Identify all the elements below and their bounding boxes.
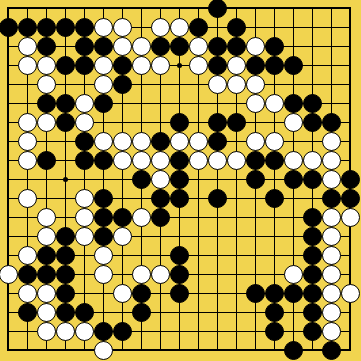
black-stone [37, 18, 56, 37]
black-stone [303, 170, 322, 189]
intersection [151, 246, 170, 265]
intersection [284, 151, 303, 170]
white-stone [322, 246, 341, 265]
black-stone [208, 37, 227, 56]
intersection [151, 37, 170, 56]
white-stone [322, 322, 341, 341]
intersection [227, 265, 246, 284]
white-stone [0, 265, 18, 284]
intersection [303, 265, 322, 284]
intersection [75, 303, 94, 322]
intersection [322, 113, 341, 132]
intersection [170, 56, 189, 75]
intersection [265, 56, 284, 75]
intersection [341, 151, 360, 170]
intersection [170, 227, 189, 246]
intersection [189, 246, 208, 265]
intersection [18, 113, 37, 132]
intersection [151, 208, 170, 227]
intersection [75, 341, 94, 360]
intersection [94, 265, 113, 284]
intersection [341, 170, 360, 189]
intersection [265, 170, 284, 189]
black-stone [56, 227, 75, 246]
intersection [208, 303, 227, 322]
black-stone [113, 208, 132, 227]
intersection [113, 56, 132, 75]
white-stone [94, 75, 113, 94]
intersection [208, 113, 227, 132]
intersection [189, 322, 208, 341]
intersection [94, 94, 113, 113]
intersection [151, 56, 170, 75]
intersection [322, 132, 341, 151]
intersection [113, 246, 132, 265]
black-stone [151, 189, 170, 208]
intersection [132, 284, 151, 303]
intersection [113, 227, 132, 246]
intersection [284, 208, 303, 227]
black-stone [75, 303, 94, 322]
intersection [56, 227, 75, 246]
intersection [151, 227, 170, 246]
white-stone [246, 94, 265, 113]
intersection [132, 113, 151, 132]
intersection [341, 56, 360, 75]
intersection [246, 208, 265, 227]
intersection [303, 0, 322, 18]
black-stone [94, 227, 113, 246]
intersection [94, 113, 113, 132]
intersection [18, 170, 37, 189]
black-stone [265, 189, 284, 208]
black-stone [322, 341, 341, 360]
white-stone [151, 18, 170, 37]
white-stone [75, 94, 94, 113]
intersection [170, 113, 189, 132]
intersection [189, 151, 208, 170]
white-stone [37, 227, 56, 246]
white-stone [132, 151, 151, 170]
intersection [94, 18, 113, 37]
intersection [113, 94, 132, 113]
black-stone [37, 265, 56, 284]
white-stone [151, 151, 170, 170]
intersection [0, 94, 18, 113]
intersection [303, 18, 322, 37]
intersection [151, 151, 170, 170]
intersection [37, 75, 56, 94]
black-stone [265, 56, 284, 75]
intersection [227, 56, 246, 75]
intersection [151, 170, 170, 189]
black-stone [94, 37, 113, 56]
intersection [170, 18, 189, 37]
intersection [56, 341, 75, 360]
intersection [37, 284, 56, 303]
intersection [284, 37, 303, 56]
intersection [265, 132, 284, 151]
black-stone [56, 18, 75, 37]
intersection [246, 113, 265, 132]
intersection [284, 170, 303, 189]
intersection [341, 18, 360, 37]
go-board [0, 0, 361, 361]
white-stone [18, 37, 37, 56]
intersection [75, 0, 94, 18]
intersection [227, 208, 246, 227]
white-stone [75, 227, 94, 246]
intersection [189, 284, 208, 303]
black-stone [265, 322, 284, 341]
intersection [94, 189, 113, 208]
intersection [170, 265, 189, 284]
white-stone [189, 37, 208, 56]
white-stone [189, 151, 208, 170]
intersection [56, 113, 75, 132]
intersection [37, 189, 56, 208]
intersection [284, 265, 303, 284]
intersection [56, 18, 75, 37]
white-stone [151, 56, 170, 75]
black-stone [246, 284, 265, 303]
intersection [227, 189, 246, 208]
intersection [246, 265, 265, 284]
intersection [265, 0, 284, 18]
black-stone [170, 151, 189, 170]
intersection [227, 113, 246, 132]
intersection [113, 75, 132, 94]
intersection [132, 170, 151, 189]
white-stone [94, 56, 113, 75]
intersection [227, 94, 246, 113]
intersection [227, 246, 246, 265]
intersection [322, 322, 341, 341]
black-stone [37, 151, 56, 170]
intersection [132, 246, 151, 265]
white-stone [284, 113, 303, 132]
intersection [132, 227, 151, 246]
intersection [170, 75, 189, 94]
intersection [189, 208, 208, 227]
intersection [56, 284, 75, 303]
intersection [18, 341, 37, 360]
white-stone [113, 284, 132, 303]
white-stone [132, 132, 151, 151]
intersection [94, 303, 113, 322]
intersection [246, 94, 265, 113]
intersection [265, 75, 284, 94]
intersection [246, 284, 265, 303]
white-stone [322, 151, 341, 170]
intersection [37, 322, 56, 341]
intersection [284, 284, 303, 303]
intersection [303, 246, 322, 265]
intersection [18, 94, 37, 113]
white-stone [303, 151, 322, 170]
intersection [75, 189, 94, 208]
intersection [303, 303, 322, 322]
intersection [208, 284, 227, 303]
intersection [75, 94, 94, 113]
white-stone [37, 56, 56, 75]
white-stone [265, 132, 284, 151]
intersection [265, 227, 284, 246]
intersection [208, 341, 227, 360]
intersection [322, 18, 341, 37]
intersection [56, 265, 75, 284]
intersection [189, 56, 208, 75]
white-stone [132, 265, 151, 284]
intersection [246, 18, 265, 37]
intersection [75, 37, 94, 56]
white-stone [94, 246, 113, 265]
intersection [284, 113, 303, 132]
intersection [18, 18, 37, 37]
intersection [265, 113, 284, 132]
intersection [341, 246, 360, 265]
intersection [284, 94, 303, 113]
intersection [75, 246, 94, 265]
intersection [151, 113, 170, 132]
white-stone [113, 18, 132, 37]
white-stone [208, 75, 227, 94]
intersection [151, 322, 170, 341]
black-stone [322, 113, 341, 132]
intersection [132, 341, 151, 360]
intersection [94, 341, 113, 360]
white-stone [170, 132, 189, 151]
black-stone [94, 208, 113, 227]
intersection [189, 94, 208, 113]
white-stone [94, 341, 113, 360]
intersection [0, 246, 18, 265]
intersection [37, 208, 56, 227]
intersection [189, 189, 208, 208]
intersection [246, 56, 265, 75]
black-stone [56, 284, 75, 303]
intersection [246, 132, 265, 151]
intersection [56, 94, 75, 113]
intersection [94, 284, 113, 303]
intersection [303, 208, 322, 227]
intersection [37, 113, 56, 132]
black-stone [37, 94, 56, 113]
intersection [341, 284, 360, 303]
intersection [208, 56, 227, 75]
intersection [75, 265, 94, 284]
intersection [227, 341, 246, 360]
white-stone [37, 208, 56, 227]
intersection [265, 303, 284, 322]
black-stone [18, 303, 37, 322]
white-stone [132, 56, 151, 75]
intersection [341, 341, 360, 360]
intersection [94, 208, 113, 227]
intersection [0, 303, 18, 322]
intersection [208, 151, 227, 170]
intersection [322, 246, 341, 265]
intersection [151, 94, 170, 113]
intersection [75, 113, 94, 132]
intersection [132, 94, 151, 113]
white-stone [284, 265, 303, 284]
intersection [341, 189, 360, 208]
intersection [341, 303, 360, 322]
intersection [189, 303, 208, 322]
intersection [303, 189, 322, 208]
intersection [303, 227, 322, 246]
intersection [246, 75, 265, 94]
intersection [227, 227, 246, 246]
intersection [208, 208, 227, 227]
black-stone [94, 94, 113, 113]
intersection [18, 189, 37, 208]
intersection [303, 170, 322, 189]
intersection [0, 227, 18, 246]
black-stone [303, 303, 322, 322]
intersection [94, 132, 113, 151]
intersection [246, 227, 265, 246]
intersection [284, 132, 303, 151]
black-stone [94, 322, 113, 341]
white-stone [265, 94, 284, 113]
black-stone [170, 170, 189, 189]
intersection [189, 227, 208, 246]
intersection [341, 227, 360, 246]
black-stone [303, 246, 322, 265]
intersection [265, 94, 284, 113]
intersection [113, 341, 132, 360]
black-stone [303, 322, 322, 341]
intersection [189, 132, 208, 151]
intersection [0, 75, 18, 94]
white-stone [37, 303, 56, 322]
black-stone [265, 37, 284, 56]
black-stone [151, 208, 170, 227]
intersection [56, 37, 75, 56]
intersection [132, 303, 151, 322]
intersection [0, 56, 18, 75]
black-stone [284, 284, 303, 303]
black-stone [132, 170, 151, 189]
intersection [265, 246, 284, 265]
intersection [113, 0, 132, 18]
intersection [303, 94, 322, 113]
intersection [132, 265, 151, 284]
intersection [37, 170, 56, 189]
intersection [94, 170, 113, 189]
black-stone [303, 227, 322, 246]
black-stone [56, 265, 75, 284]
white-stone [94, 132, 113, 151]
intersection [341, 37, 360, 56]
intersection [37, 303, 56, 322]
white-stone [189, 56, 208, 75]
intersection [341, 113, 360, 132]
white-stone [18, 189, 37, 208]
intersection [227, 303, 246, 322]
white-stone [37, 113, 56, 132]
intersection [322, 151, 341, 170]
intersection [75, 322, 94, 341]
intersection [132, 322, 151, 341]
intersection [208, 0, 227, 18]
intersection [303, 132, 322, 151]
intersection [113, 322, 132, 341]
white-stone [18, 284, 37, 303]
black-stone [341, 170, 360, 189]
intersection [189, 37, 208, 56]
intersection [208, 94, 227, 113]
white-stone [18, 56, 37, 75]
intersection [56, 56, 75, 75]
intersection [75, 151, 94, 170]
black-stone [265, 151, 284, 170]
intersection [246, 341, 265, 360]
intersection [265, 208, 284, 227]
intersection [208, 37, 227, 56]
intersection [113, 265, 132, 284]
intersection [284, 341, 303, 360]
intersection [170, 208, 189, 227]
intersection [227, 37, 246, 56]
intersection [18, 284, 37, 303]
intersection [246, 246, 265, 265]
intersection [227, 322, 246, 341]
intersection [265, 18, 284, 37]
intersection [246, 37, 265, 56]
intersection [208, 265, 227, 284]
intersection [303, 284, 322, 303]
black-stone [189, 18, 208, 37]
intersection [265, 189, 284, 208]
white-stone [189, 132, 208, 151]
white-stone [322, 170, 341, 189]
intersection [94, 37, 113, 56]
intersection [132, 189, 151, 208]
intersection [37, 341, 56, 360]
black-stone [265, 284, 284, 303]
intersection [56, 0, 75, 18]
intersection [75, 75, 94, 94]
intersection [94, 56, 113, 75]
intersection [151, 0, 170, 18]
intersection [37, 94, 56, 113]
black-stone [75, 132, 94, 151]
intersection [265, 265, 284, 284]
white-stone [113, 132, 132, 151]
intersection [208, 170, 227, 189]
black-stone [227, 113, 246, 132]
intersection [322, 75, 341, 94]
intersection [151, 284, 170, 303]
white-stone [227, 75, 246, 94]
intersection [94, 75, 113, 94]
black-stone [208, 189, 227, 208]
intersection [284, 246, 303, 265]
intersection [303, 341, 322, 360]
intersection [170, 303, 189, 322]
black-stone [132, 303, 151, 322]
intersection [189, 170, 208, 189]
intersection [303, 37, 322, 56]
black-stone [208, 113, 227, 132]
intersection [322, 341, 341, 360]
black-stone [113, 75, 132, 94]
black-stone [303, 113, 322, 132]
intersection [170, 170, 189, 189]
